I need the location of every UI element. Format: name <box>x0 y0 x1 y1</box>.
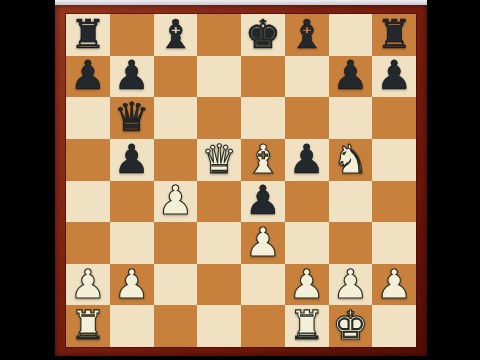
square-f1: ♜ <box>285 305 329 347</box>
piece-black-pawn: ♟ <box>289 139 325 179</box>
square-c3 <box>154 222 198 264</box>
square-g3 <box>329 222 373 264</box>
square-d3 <box>197 222 241 264</box>
square-c4: ♟ <box>154 181 198 223</box>
square-e6 <box>241 97 285 139</box>
piece-black-rook: ♜ <box>70 14 106 54</box>
square-h8: ♜ <box>372 14 416 56</box>
board-frame: ♜♝♚♝♜♟♟♟♟♛♟♛♝♟♞♟♟♟♟♟♟♟♟♜♜♚ <box>55 5 427 356</box>
piece-black-pawn: ♟ <box>70 55 106 95</box>
piece-black-pawn: ♟ <box>114 55 150 95</box>
square-c5 <box>154 139 198 181</box>
piece-black-pawn: ♟ <box>376 55 412 95</box>
piece-black-rook: ♜ <box>376 14 412 54</box>
square-c1 <box>154 305 198 347</box>
piece-black-queen: ♛ <box>114 97 150 137</box>
square-b1 <box>110 305 154 347</box>
piece-black-bishop: ♝ <box>157 14 193 54</box>
square-e5: ♝ <box>241 139 285 181</box>
piece-white-pawn: ♟ <box>70 264 106 304</box>
square-b5: ♟ <box>110 139 154 181</box>
square-g8 <box>329 14 373 56</box>
square-f3 <box>285 222 329 264</box>
square-b6: ♛ <box>110 97 154 139</box>
piece-white-pawn: ♟ <box>376 264 412 304</box>
square-a1: ♜ <box>66 305 110 347</box>
piece-white-pawn: ♟ <box>157 180 193 220</box>
square-h5 <box>372 139 416 181</box>
video-frame[interactable]: ♜♝♚♝♜♟♟♟♟♛♟♛♝♟♞♟♟♟♟♟♟♟♟♜♜♚ <box>55 0 427 360</box>
square-h2: ♟ <box>372 264 416 306</box>
piece-white-pawn: ♟ <box>332 264 368 304</box>
square-b4 <box>110 181 154 223</box>
square-e7 <box>241 56 285 98</box>
square-f8: ♝ <box>285 14 329 56</box>
square-e4: ♟ <box>241 181 285 223</box>
square-h7: ♟ <box>372 56 416 98</box>
square-g6 <box>329 97 373 139</box>
piece-black-pawn: ♟ <box>245 180 281 220</box>
square-d4 <box>197 181 241 223</box>
square-c7 <box>154 56 198 98</box>
square-h3 <box>372 222 416 264</box>
square-a8: ♜ <box>66 14 110 56</box>
square-f5: ♟ <box>285 139 329 181</box>
square-a5 <box>66 139 110 181</box>
square-d5: ♛ <box>197 139 241 181</box>
square-g2: ♟ <box>329 264 373 306</box>
square-e8: ♚ <box>241 14 285 56</box>
square-f4 <box>285 181 329 223</box>
piece-black-bishop: ♝ <box>289 14 325 54</box>
square-b2: ♟ <box>110 264 154 306</box>
square-d1 <box>197 305 241 347</box>
piece-black-pawn: ♟ <box>114 139 150 179</box>
square-d6 <box>197 97 241 139</box>
square-e1 <box>241 305 285 347</box>
square-c8: ♝ <box>154 14 198 56</box>
piece-white-pawn: ♟ <box>245 222 281 262</box>
piece-white-pawn: ♟ <box>114 264 150 304</box>
piece-white-queen: ♛ <box>201 139 237 179</box>
square-a7: ♟ <box>66 56 110 98</box>
square-f6 <box>285 97 329 139</box>
piece-black-king: ♚ <box>245 14 281 54</box>
square-g1: ♚ <box>329 305 373 347</box>
square-d2 <box>197 264 241 306</box>
piece-white-knight: ♞ <box>332 139 368 179</box>
square-b3 <box>110 222 154 264</box>
piece-white-rook: ♜ <box>289 305 325 345</box>
square-a3 <box>66 222 110 264</box>
square-c2 <box>154 264 198 306</box>
square-f2: ♟ <box>285 264 329 306</box>
square-d7 <box>197 56 241 98</box>
square-e3: ♟ <box>241 222 285 264</box>
chess-board: ♜♝♚♝♜♟♟♟♟♛♟♛♝♟♞♟♟♟♟♟♟♟♟♜♜♚ <box>66 14 416 347</box>
square-g4 <box>329 181 373 223</box>
square-f7 <box>285 56 329 98</box>
square-g7: ♟ <box>329 56 373 98</box>
square-h6 <box>372 97 416 139</box>
square-g5: ♞ <box>329 139 373 181</box>
square-e2 <box>241 264 285 306</box>
square-d8 <box>197 14 241 56</box>
piece-white-rook: ♜ <box>70 305 106 345</box>
square-a2: ♟ <box>66 264 110 306</box>
square-b8 <box>110 14 154 56</box>
square-h4 <box>372 181 416 223</box>
piece-white-bishop: ♝ <box>245 139 281 179</box>
square-b7: ♟ <box>110 56 154 98</box>
piece-white-pawn: ♟ <box>289 264 325 304</box>
piece-white-king: ♚ <box>332 305 368 345</box>
square-c6 <box>154 97 198 139</box>
piece-black-pawn: ♟ <box>332 55 368 95</box>
square-h1 <box>372 305 416 347</box>
square-a6 <box>66 97 110 139</box>
square-a4 <box>66 181 110 223</box>
